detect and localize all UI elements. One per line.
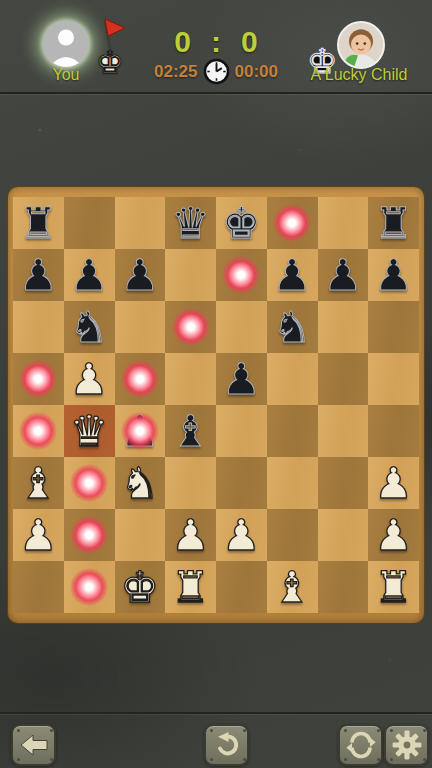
- square-d6[interactable]: [165, 301, 216, 353]
- square-e5[interactable]: ♟: [216, 353, 267, 405]
- header-divider: [0, 92, 432, 94]
- toolbar-divider: [0, 712, 432, 714]
- piece-black-king[interactable]: ♚: [222, 202, 261, 245]
- square-a2[interactable]: ♟: [13, 509, 64, 561]
- square-b4[interactable]: ♛: [64, 405, 115, 457]
- square-f7[interactable]: ♟: [267, 249, 318, 301]
- square-c2[interactable]: [115, 509, 166, 561]
- square-e4[interactable]: [216, 405, 267, 457]
- square-f1[interactable]: ♝: [267, 561, 318, 613]
- piece-black-knight[interactable]: ♞: [273, 306, 312, 349]
- back-button[interactable]: [11, 724, 56, 766]
- piece-black-pawn[interactable]: ♟: [19, 254, 58, 297]
- move-hint-dot: [172, 308, 210, 346]
- square-c7[interactable]: ♟: [115, 249, 166, 301]
- square-e6[interactable]: [216, 301, 267, 353]
- timer-right: 00:00: [235, 62, 278, 82]
- piece-black-pawn[interactable]: ♟: [121, 254, 160, 297]
- rotate-board-button[interactable]: [338, 724, 383, 766]
- square-c5[interactable]: [115, 353, 166, 405]
- piece-black-pawn[interactable]: ♟: [273, 254, 312, 297]
- square-f5[interactable]: [267, 353, 318, 405]
- piece-white-pawn[interactable]: ♟: [19, 514, 58, 557]
- square-d4[interactable]: ♝: [165, 405, 216, 457]
- move-hint-dot: [70, 568, 108, 606]
- square-e1[interactable]: [216, 561, 267, 613]
- piece-black-pawn[interactable]: ♟: [374, 254, 413, 297]
- move-hint-dot: [121, 412, 159, 450]
- move-hint-dot: [70, 464, 108, 502]
- piece-white-pawn[interactable]: ♟: [374, 462, 413, 505]
- square-g2[interactable]: [318, 509, 369, 561]
- square-f3[interactable]: [267, 457, 318, 509]
- square-h8[interactable]: ♜: [368, 197, 419, 249]
- square-c8[interactable]: [115, 197, 166, 249]
- chess-app-screen: ♚ You 0 : 0 02:25 00:00 ♚: [0, 0, 432, 768]
- piece-white-queen[interactable]: ♛: [70, 410, 109, 453]
- clock-icon: [203, 58, 230, 85]
- square-b2[interactable]: [64, 509, 115, 561]
- piece-white-pawn[interactable]: ♟: [222, 514, 261, 557]
- move-hint-dot: [121, 360, 159, 398]
- piece-white-king[interactable]: ♚: [121, 566, 160, 609]
- square-f8[interactable]: [267, 197, 318, 249]
- square-d3[interactable]: [165, 457, 216, 509]
- settings-button[interactable]: [384, 724, 429, 766]
- square-a1[interactable]: [13, 561, 64, 613]
- square-e3[interactable]: [216, 457, 267, 509]
- piece-black-bishop[interactable]: ♝: [171, 410, 210, 453]
- piece-white-rook[interactable]: ♜: [374, 566, 413, 609]
- square-b3[interactable]: [64, 457, 115, 509]
- score-separator: :: [211, 25, 221, 59]
- square-c4[interactable]: ♟: [115, 405, 166, 457]
- square-f6[interactable]: ♞: [267, 301, 318, 353]
- square-f2[interactable]: [267, 509, 318, 561]
- square-b8[interactable]: [64, 197, 115, 249]
- square-h3[interactable]: ♟: [368, 457, 419, 509]
- chess-board: ♜♛♚♜♟♟♟♟♟♟♞♞♟♟♛♟♝♝♞♟♟♟♟♟♚♜♝♜: [8, 187, 424, 623]
- piece-white-pawn[interactable]: ♟: [70, 358, 109, 401]
- piece-white-pawn[interactable]: ♟: [171, 514, 210, 557]
- square-b1[interactable]: [64, 561, 115, 613]
- board-grid: ♜♛♚♜♟♟♟♟♟♟♞♞♟♟♛♟♝♝♞♟♟♟♟♟♚♜♝♜: [13, 197, 419, 613]
- piece-white-bishop[interactable]: ♝: [19, 462, 58, 505]
- square-f4[interactable]: [267, 405, 318, 457]
- square-e7[interactable]: [216, 249, 267, 301]
- square-g6[interactable]: [318, 301, 369, 353]
- square-b6[interactable]: ♞: [64, 301, 115, 353]
- piece-black-rook[interactable]: ♜: [19, 202, 58, 245]
- piece-black-rook[interactable]: ♜: [374, 202, 413, 245]
- person-silhouette-icon: [43, 21, 89, 67]
- timer-left: 02:25: [154, 62, 197, 82]
- square-g5[interactable]: [318, 353, 369, 405]
- piece-white-rook[interactable]: ♜: [171, 566, 210, 609]
- square-a6[interactable]: [13, 301, 64, 353]
- gear-icon: [391, 729, 423, 761]
- square-h6[interactable]: [368, 301, 419, 353]
- square-c6[interactable]: [115, 301, 166, 353]
- piece-black-pawn[interactable]: ♟: [70, 254, 109, 297]
- square-a4[interactable]: [13, 405, 64, 457]
- square-g3[interactable]: [318, 457, 369, 509]
- piece-white-pawn[interactable]: ♟: [374, 514, 413, 557]
- piece-black-pawn[interactable]: ♟: [324, 254, 363, 297]
- square-a7[interactable]: ♟: [13, 249, 64, 301]
- player-name-you: You: [16, 66, 116, 84]
- square-d1[interactable]: ♜: [165, 561, 216, 613]
- square-e2[interactable]: ♟: [216, 509, 267, 561]
- undo-button[interactable]: [204, 724, 249, 766]
- square-c3[interactable]: ♞: [115, 457, 166, 509]
- rotate-icon: [346, 730, 376, 760]
- move-hint-dot: [273, 204, 311, 242]
- square-h2[interactable]: ♟: [368, 509, 419, 561]
- square-h7[interactable]: ♟: [368, 249, 419, 301]
- player-name-opponent: A Lucky Child: [286, 66, 432, 84]
- square-g1[interactable]: [318, 561, 369, 613]
- piece-black-queen[interactable]: ♛: [171, 202, 210, 245]
- piece-black-knight[interactable]: ♞: [70, 306, 109, 349]
- square-g4[interactable]: [318, 405, 369, 457]
- score-right: 0: [241, 25, 258, 59]
- square-h1[interactable]: ♜: [368, 561, 419, 613]
- square-a5[interactable]: [13, 353, 64, 405]
- avatar-opponent[interactable]: [337, 21, 385, 69]
- square-b7[interactable]: ♟: [64, 249, 115, 301]
- back-arrow-icon: [19, 732, 49, 758]
- square-d7[interactable]: [165, 249, 216, 301]
- move-hint-dot: [222, 256, 260, 294]
- timers: 02:25 00:00: [130, 58, 302, 85]
- piece-white-knight[interactable]: ♞: [121, 462, 160, 505]
- square-d8[interactable]: ♛: [165, 197, 216, 249]
- score-left: 0: [174, 25, 191, 59]
- square-h4[interactable]: [368, 405, 419, 457]
- square-e8[interactable]: ♚: [216, 197, 267, 249]
- piece-white-bishop[interactable]: ♝: [273, 566, 312, 609]
- move-hint-dot: [70, 516, 108, 554]
- score: 0 : 0: [146, 25, 286, 59]
- square-b5[interactable]: ♟: [64, 353, 115, 405]
- baby-photo-icon: [339, 23, 383, 67]
- square-d2[interactable]: ♟: [165, 509, 216, 561]
- square-d5[interactable]: [165, 353, 216, 405]
- piece-black-pawn[interactable]: ♟: [222, 358, 261, 401]
- square-a3[interactable]: ♝: [13, 457, 64, 509]
- undo-arrow-icon: [212, 730, 242, 760]
- move-hint-dot: [19, 360, 57, 398]
- square-c1[interactable]: ♚: [115, 561, 166, 613]
- square-g7[interactable]: ♟: [318, 249, 369, 301]
- square-a8[interactable]: ♜: [13, 197, 64, 249]
- square-h5[interactable]: [368, 353, 419, 405]
- avatar-you[interactable]: [43, 21, 89, 67]
- move-hint-dot: [19, 412, 57, 450]
- square-g8[interactable]: [318, 197, 369, 249]
